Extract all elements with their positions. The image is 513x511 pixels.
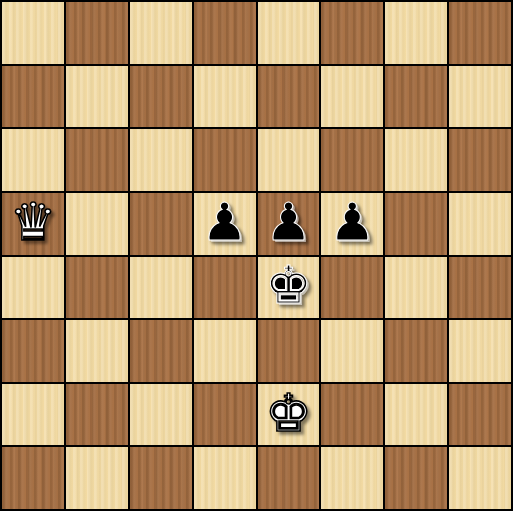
square-g8[interactable] bbox=[385, 2, 447, 64]
square-c2[interactable] bbox=[130, 384, 192, 446]
square-h3[interactable] bbox=[449, 320, 511, 382]
square-d3[interactable] bbox=[194, 320, 256, 382]
square-d5[interactable]: ♟ bbox=[194, 193, 256, 255]
square-f3[interactable] bbox=[321, 320, 383, 382]
square-a4[interactable] bbox=[2, 257, 64, 319]
square-d8[interactable] bbox=[194, 2, 256, 64]
square-f2[interactable] bbox=[321, 384, 383, 446]
square-f8[interactable] bbox=[321, 2, 383, 64]
square-b4[interactable] bbox=[66, 257, 128, 319]
square-f6[interactable] bbox=[321, 129, 383, 191]
square-h4[interactable] bbox=[449, 257, 511, 319]
square-c3[interactable] bbox=[130, 320, 192, 382]
square-b3[interactable] bbox=[66, 320, 128, 382]
square-a6[interactable] bbox=[2, 129, 64, 191]
square-h8[interactable] bbox=[449, 2, 511, 64]
square-d1[interactable] bbox=[194, 447, 256, 509]
square-a3[interactable] bbox=[2, 320, 64, 382]
square-e2[interactable]: ♚ bbox=[258, 384, 320, 446]
square-a2[interactable] bbox=[2, 384, 64, 446]
square-a5[interactable]: ♛ bbox=[2, 193, 64, 255]
square-e8[interactable] bbox=[258, 2, 320, 64]
square-a7[interactable] bbox=[2, 66, 64, 128]
square-c4[interactable] bbox=[130, 257, 192, 319]
square-g2[interactable] bbox=[385, 384, 447, 446]
white-king[interactable]: ♚ bbox=[265, 387, 312, 439]
square-g6[interactable] bbox=[385, 129, 447, 191]
square-h5[interactable] bbox=[449, 193, 511, 255]
square-e5[interactable]: ♟ bbox=[258, 193, 320, 255]
square-a8[interactable] bbox=[2, 2, 64, 64]
square-f5[interactable]: ♟ bbox=[321, 193, 383, 255]
square-b2[interactable] bbox=[66, 384, 128, 446]
square-f4[interactable] bbox=[321, 257, 383, 319]
square-h1[interactable] bbox=[449, 447, 511, 509]
chess-board: ♛♟♟♟♚♚ bbox=[0, 0, 513, 511]
square-g4[interactable] bbox=[385, 257, 447, 319]
square-b6[interactable] bbox=[66, 129, 128, 191]
square-a1[interactable] bbox=[2, 447, 64, 509]
square-g1[interactable] bbox=[385, 447, 447, 509]
square-b1[interactable] bbox=[66, 447, 128, 509]
square-e7[interactable] bbox=[258, 66, 320, 128]
square-d4[interactable] bbox=[194, 257, 256, 319]
square-g5[interactable] bbox=[385, 193, 447, 255]
square-c5[interactable] bbox=[130, 193, 192, 255]
square-d6[interactable] bbox=[194, 129, 256, 191]
square-g3[interactable] bbox=[385, 320, 447, 382]
square-b8[interactable] bbox=[66, 2, 128, 64]
square-c1[interactable] bbox=[130, 447, 192, 509]
square-c7[interactable] bbox=[130, 66, 192, 128]
square-e3[interactable] bbox=[258, 320, 320, 382]
square-h7[interactable] bbox=[449, 66, 511, 128]
black-king[interactable]: ♚ bbox=[265, 259, 312, 311]
black-pawn[interactable]: ♟ bbox=[201, 196, 248, 248]
square-b5[interactable] bbox=[66, 193, 128, 255]
square-b7[interactable] bbox=[66, 66, 128, 128]
square-h2[interactable] bbox=[449, 384, 511, 446]
square-g7[interactable] bbox=[385, 66, 447, 128]
square-e4[interactable]: ♚ bbox=[258, 257, 320, 319]
square-e1[interactable] bbox=[258, 447, 320, 509]
square-c6[interactable] bbox=[130, 129, 192, 191]
square-d2[interactable] bbox=[194, 384, 256, 446]
square-e6[interactable] bbox=[258, 129, 320, 191]
white-queen[interactable]: ♛ bbox=[10, 196, 57, 248]
black-pawn[interactable]: ♟ bbox=[329, 196, 376, 248]
square-c8[interactable] bbox=[130, 2, 192, 64]
square-f7[interactable] bbox=[321, 66, 383, 128]
square-h6[interactable] bbox=[449, 129, 511, 191]
square-f1[interactable] bbox=[321, 447, 383, 509]
black-pawn[interactable]: ♟ bbox=[265, 196, 312, 248]
square-d7[interactable] bbox=[194, 66, 256, 128]
